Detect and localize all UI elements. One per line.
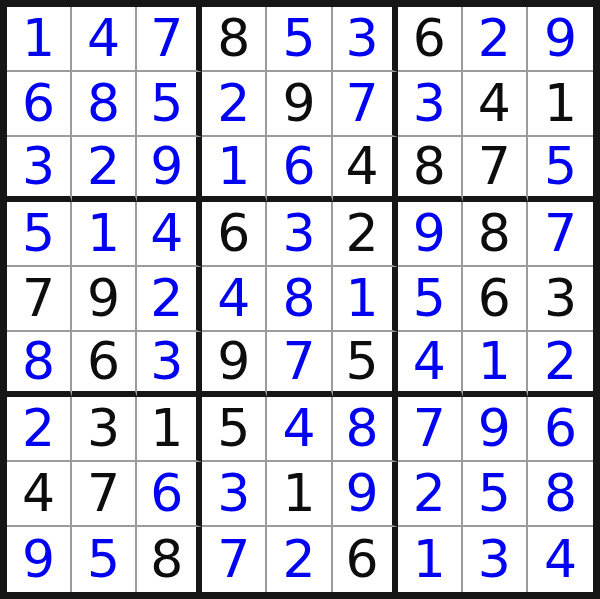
filled-digit: 4: [217, 272, 250, 324]
filled-digit: 4: [87, 12, 120, 64]
filled-digit: 5: [22, 207, 55, 259]
cell-r7c2[interactable]: 3: [72, 397, 137, 462]
cell-r7c4[interactable]: 5: [202, 397, 267, 462]
cell-r6c7[interactable]: 4: [398, 332, 463, 397]
cell-r6c3[interactable]: 3: [137, 332, 202, 397]
filled-digit: 1: [346, 272, 379, 324]
filled-digit: 8: [346, 402, 379, 454]
cell-r6c9[interactable]: 2: [528, 332, 593, 397]
cell-r2c5[interactable]: 9: [267, 72, 332, 137]
given-digit: 6: [478, 272, 511, 324]
cell-r6c5[interactable]: 7: [267, 332, 332, 397]
filled-digit: 8: [544, 467, 577, 519]
cell-r3c5[interactable]: 6: [267, 137, 332, 202]
filled-digit: 5: [544, 140, 577, 192]
cell-r4c1[interactable]: 5: [7, 202, 72, 267]
filled-digit: 5: [87, 533, 120, 585]
filled-digit: 5: [150, 77, 183, 129]
given-digit: 6: [413, 12, 446, 64]
cell-r9c3[interactable]: 8: [137, 527, 202, 592]
filled-digit: 5: [478, 467, 511, 519]
filled-digit: 3: [217, 467, 250, 519]
given-digit: 7: [22, 272, 55, 324]
cell-r5c9[interactable]: 3: [528, 267, 593, 332]
cell-r6c4[interactable]: 9: [202, 332, 267, 397]
filled-digit: 6: [282, 140, 315, 192]
cell-r5c2[interactable]: 9: [72, 267, 137, 332]
cell-r9c6[interactable]: 6: [333, 527, 398, 592]
cell-r3c6[interactable]: 4: [333, 137, 398, 202]
cell-r4c6[interactable]: 2: [333, 202, 398, 267]
cell-r9c8[interactable]: 3: [463, 527, 528, 592]
given-digit: 8: [478, 207, 511, 259]
filled-digit: 3: [346, 12, 379, 64]
cell-r8c3[interactable]: 6: [137, 462, 202, 527]
filled-digit: 9: [346, 467, 379, 519]
filled-digit: 2: [217, 77, 250, 129]
cell-r3c2[interactable]: 2: [72, 137, 137, 202]
given-digit: 7: [478, 140, 511, 192]
given-digit: 4: [346, 140, 379, 192]
cell-r4c3[interactable]: 4: [137, 202, 202, 267]
filled-digit: 7: [282, 335, 315, 387]
filled-digit: 7: [217, 533, 250, 585]
cell-r7c3[interactable]: 1: [137, 397, 202, 462]
filled-digit: 1: [22, 12, 55, 64]
cell-r9c2[interactable]: 5: [72, 527, 137, 592]
filled-digit: 4: [282, 402, 315, 454]
filled-digit: 8: [22, 335, 55, 387]
cell-r5c3[interactable]: 2: [137, 267, 202, 332]
cell-r2c3[interactable]: 5: [137, 72, 202, 137]
filled-digit: 1: [478, 335, 511, 387]
filled-digit: 3: [150, 335, 183, 387]
filled-digit: 3: [282, 207, 315, 259]
cell-r6c6[interactable]: 5: [333, 332, 398, 397]
given-digit: 6: [87, 335, 120, 387]
given-digit: 8: [413, 140, 446, 192]
filled-digit: 9: [22, 533, 55, 585]
filled-digit: 2: [544, 335, 577, 387]
cell-r4c9[interactable]: 7: [528, 202, 593, 267]
filled-digit: 9: [150, 140, 183, 192]
filled-digit: 5: [413, 272, 446, 324]
filled-digit: 3: [413, 77, 446, 129]
cell-r7c6[interactable]: 8: [333, 397, 398, 462]
cell-r4c8[interactable]: 8: [463, 202, 528, 267]
cell-r3c4[interactable]: 1: [202, 137, 267, 202]
cell-r9c4[interactable]: 7: [202, 527, 267, 592]
given-digit: 5: [217, 402, 250, 454]
cell-r5c4[interactable]: 4: [202, 267, 267, 332]
cell-r7c9[interactable]: 6: [528, 397, 593, 462]
given-digit: 8: [217, 12, 250, 64]
filled-digit: 9: [413, 207, 446, 259]
cell-r5c5[interactable]: 8: [267, 267, 332, 332]
filled-digit: 9: [544, 12, 577, 64]
given-digit: 9: [282, 77, 315, 129]
filled-digit: 2: [478, 12, 511, 64]
cell-r3c8[interactable]: 7: [463, 137, 528, 202]
given-digit: 6: [217, 207, 250, 259]
cell-r2c6[interactable]: 7: [333, 72, 398, 137]
cell-r1c5[interactable]: 5: [267, 7, 332, 72]
filled-digit: 8: [282, 272, 315, 324]
cell-r3c1[interactable]: 3: [7, 137, 72, 202]
cell-r1c7[interactable]: 6: [398, 7, 463, 72]
cell-r8c7[interactable]: 2: [398, 462, 463, 527]
cell-r7c8[interactable]: 9: [463, 397, 528, 462]
filled-digit: 9: [478, 402, 511, 454]
filled-digit: 3: [22, 140, 55, 192]
cell-r2c2[interactable]: 8: [72, 72, 137, 137]
cell-r2c7[interactable]: 3: [398, 72, 463, 137]
filled-digit: 7: [413, 402, 446, 454]
filled-digit: 7: [346, 77, 379, 129]
cell-r1c8[interactable]: 2: [463, 7, 528, 72]
cell-r2c1[interactable]: 6: [7, 72, 72, 137]
filled-digit: 2: [413, 467, 446, 519]
given-digit: 4: [22, 467, 55, 519]
cell-r1c4[interactable]: 8: [202, 7, 267, 72]
cell-r8c9[interactable]: 8: [528, 462, 593, 527]
cell-r1c6[interactable]: 3: [333, 7, 398, 72]
given-digit: 1: [150, 402, 183, 454]
cell-r8c6[interactable]: 9: [333, 462, 398, 527]
cell-r6c2[interactable]: 6: [72, 332, 137, 397]
given-digit: 7: [87, 467, 120, 519]
cell-r4c4[interactable]: 6: [202, 202, 267, 267]
filled-digit: 1: [413, 533, 446, 585]
given-digit: 9: [87, 272, 120, 324]
cell-r8c1[interactable]: 4: [7, 462, 72, 527]
cell-r3c3[interactable]: 9: [137, 137, 202, 202]
cell-r8c8[interactable]: 5: [463, 462, 528, 527]
cell-r6c8[interactable]: 1: [463, 332, 528, 397]
cell-r7c1[interactable]: 2: [7, 397, 72, 462]
filled-digit: 4: [413, 335, 446, 387]
cell-r4c2[interactable]: 1: [72, 202, 137, 267]
given-digit: 1: [282, 467, 315, 519]
cell-r1c9[interactable]: 9: [528, 7, 593, 72]
filled-digit: 1: [87, 207, 120, 259]
cell-r8c4[interactable]: 3: [202, 462, 267, 527]
cell-r1c1[interactable]: 1: [7, 7, 72, 72]
cell-r4c7[interactable]: 9: [398, 202, 463, 267]
filled-digit: 6: [150, 467, 183, 519]
cell-r9c5[interactable]: 2: [267, 527, 332, 592]
filled-digit: 7: [544, 207, 577, 259]
cell-r7c7[interactable]: 7: [398, 397, 463, 462]
cell-r8c2[interactable]: 7: [72, 462, 137, 527]
filled-digit: 3: [478, 533, 511, 585]
cell-r5c7[interactable]: 5: [398, 267, 463, 332]
cell-r5c1[interactable]: 7: [7, 267, 72, 332]
filled-digit: 8: [87, 77, 120, 129]
cell-r8c5[interactable]: 1: [267, 462, 332, 527]
filled-digit: 5: [282, 12, 315, 64]
filled-digit: 6: [22, 77, 55, 129]
cell-r3c9[interactable]: 5: [528, 137, 593, 202]
given-digit: 3: [544, 272, 577, 324]
cell-r2c4[interactable]: 2: [202, 72, 267, 137]
cell-r3c7[interactable]: 8: [398, 137, 463, 202]
filled-digit: 6: [544, 402, 577, 454]
cell-r9c9[interactable]: 4: [528, 527, 593, 592]
sudoku-board: 1478536296852973413291648755146329877924…: [0, 0, 600, 599]
given-digit: 4: [478, 77, 511, 129]
filled-digit: 4: [544, 533, 577, 585]
filled-digit: 2: [22, 402, 55, 454]
filled-digit: 2: [87, 140, 120, 192]
cell-r9c1[interactable]: 9: [7, 527, 72, 592]
given-digit: 1: [544, 77, 577, 129]
filled-digit: 4: [150, 207, 183, 259]
given-digit: 6: [346, 533, 379, 585]
cell-r1c2[interactable]: 4: [72, 7, 137, 72]
filled-digit: 7: [150, 12, 183, 64]
given-digit: 3: [87, 402, 120, 454]
given-digit: 8: [150, 533, 183, 585]
cell-r6c1[interactable]: 8: [7, 332, 72, 397]
given-digit: 5: [346, 335, 379, 387]
cell-r9c7[interactable]: 1: [398, 527, 463, 592]
given-digit: 9: [217, 335, 250, 387]
cell-r7c5[interactable]: 4: [267, 397, 332, 462]
cell-r2c8[interactable]: 4: [463, 72, 528, 137]
filled-digit: 2: [282, 533, 315, 585]
cell-r5c6[interactable]: 1: [333, 267, 398, 332]
cell-r2c9[interactable]: 1: [528, 72, 593, 137]
filled-digit: 1: [217, 140, 250, 192]
cell-r5c8[interactable]: 6: [463, 267, 528, 332]
given-digit: 2: [346, 207, 379, 259]
cell-r4c5[interactable]: 3: [267, 202, 332, 267]
filled-digit: 2: [150, 272, 183, 324]
cell-r1c3[interactable]: 7: [137, 7, 202, 72]
